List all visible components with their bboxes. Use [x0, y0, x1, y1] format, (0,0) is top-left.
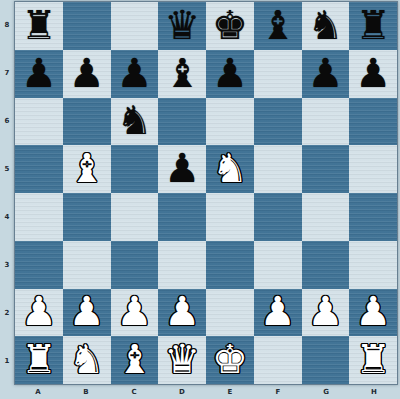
chess-board-scene: 87654321 ♜♛♚♝♞♜♟♟♟♝♟♟♟♞♝♟♞♟♟♟♟♟♟♟♜♞♝♛♚♜ … [0, 0, 400, 399]
piece-white-pawn[interactable]: ♟ [164, 291, 200, 331]
square-e8[interactable]: ♚ [206, 2, 254, 50]
square-h6[interactable] [349, 98, 397, 146]
square-a4[interactable] [15, 193, 63, 241]
file-label-c: C [110, 385, 158, 399]
square-g4[interactable] [302, 193, 350, 241]
piece-white-bishop[interactable]: ♝ [116, 339, 152, 379]
square-a7[interactable]: ♟ [15, 50, 63, 98]
square-c6[interactable]: ♞ [111, 98, 159, 146]
square-g7[interactable]: ♟ [302, 50, 350, 98]
square-e3[interactable] [206, 241, 254, 289]
piece-white-pawn[interactable]: ♟ [260, 291, 296, 331]
square-b1[interactable]: ♞ [63, 336, 111, 384]
square-d8[interactable]: ♛ [158, 2, 206, 50]
square-f3[interactable] [254, 241, 302, 289]
piece-white-knight[interactable]: ♞ [212, 148, 248, 188]
square-h1[interactable]: ♜ [349, 336, 397, 384]
square-a8[interactable]: ♜ [15, 2, 63, 50]
square-f7[interactable] [254, 50, 302, 98]
piece-white-pawn[interactable]: ♟ [21, 291, 57, 331]
rank-label-8: 8 [0, 1, 14, 49]
square-h7[interactable]: ♟ [349, 50, 397, 98]
square-a1[interactable]: ♜ [15, 336, 63, 384]
file-label-d: D [158, 385, 206, 399]
square-f5[interactable] [254, 145, 302, 193]
square-h5[interactable] [349, 145, 397, 193]
square-g3[interactable] [302, 241, 350, 289]
rank-label-1: 1 [0, 337, 14, 385]
piece-white-pawn[interactable]: ♟ [116, 291, 152, 331]
rank-label-4: 4 [0, 193, 14, 241]
piece-black-pawn[interactable]: ♟ [355, 53, 391, 93]
square-e4[interactable] [206, 193, 254, 241]
rank-label-2: 2 [0, 289, 14, 337]
piece-white-bishop[interactable]: ♝ [69, 148, 105, 188]
square-c2[interactable]: ♟ [111, 289, 159, 337]
piece-white-queen[interactable]: ♛ [164, 339, 200, 379]
piece-black-pawn[interactable]: ♟ [164, 148, 200, 188]
square-e1[interactable]: ♚ [206, 336, 254, 384]
piece-black-pawn[interactable]: ♟ [212, 53, 248, 93]
square-b7[interactable]: ♟ [63, 50, 111, 98]
square-h3[interactable] [349, 241, 397, 289]
square-g1[interactable] [302, 336, 350, 384]
file-label-g: G [302, 385, 350, 399]
square-f2[interactable]: ♟ [254, 289, 302, 337]
square-b5[interactable]: ♝ [63, 145, 111, 193]
piece-black-rook[interactable]: ♜ [21, 5, 57, 45]
piece-black-bishop[interactable]: ♝ [164, 53, 200, 93]
square-d6[interactable] [158, 98, 206, 146]
square-b3[interactable] [63, 241, 111, 289]
square-f1[interactable] [254, 336, 302, 384]
piece-white-rook[interactable]: ♜ [355, 339, 391, 379]
square-g6[interactable] [302, 98, 350, 146]
square-d7[interactable]: ♝ [158, 50, 206, 98]
square-d2[interactable]: ♟ [158, 289, 206, 337]
square-c8[interactable] [111, 2, 159, 50]
square-d1[interactable]: ♛ [158, 336, 206, 384]
piece-black-knight[interactable]: ♞ [116, 100, 152, 140]
piece-black-bishop[interactable]: ♝ [260, 5, 296, 45]
piece-black-knight[interactable]: ♞ [307, 5, 343, 45]
piece-black-rook[interactable]: ♜ [355, 5, 391, 45]
square-h2[interactable]: ♟ [349, 289, 397, 337]
square-d4[interactable] [158, 193, 206, 241]
square-a6[interactable] [15, 98, 63, 146]
square-f6[interactable] [254, 98, 302, 146]
file-label-b: B [62, 385, 110, 399]
square-d3[interactable] [158, 241, 206, 289]
square-g8[interactable]: ♞ [302, 2, 350, 50]
file-label-e: E [206, 385, 254, 399]
square-d5[interactable]: ♟ [158, 145, 206, 193]
rank-labels: 87654321 [0, 1, 14, 385]
square-a2[interactable]: ♟ [15, 289, 63, 337]
square-h8[interactable]: ♜ [349, 2, 397, 50]
rank-label-3: 3 [0, 241, 14, 289]
square-h4[interactable] [349, 193, 397, 241]
square-a5[interactable] [15, 145, 63, 193]
rank-label-7: 7 [0, 49, 14, 97]
square-b6[interactable] [63, 98, 111, 146]
piece-black-pawn[interactable]: ♟ [21, 53, 57, 93]
piece-white-pawn[interactable]: ♟ [355, 291, 391, 331]
square-e6[interactable] [206, 98, 254, 146]
square-c7[interactable]: ♟ [111, 50, 159, 98]
square-e2[interactable] [206, 289, 254, 337]
square-b8[interactable] [63, 2, 111, 50]
piece-white-king[interactable]: ♚ [212, 339, 248, 379]
square-c5[interactable] [111, 145, 159, 193]
piece-white-pawn[interactable]: ♟ [69, 291, 105, 331]
piece-black-pawn[interactable]: ♟ [307, 53, 343, 93]
piece-black-queen[interactable]: ♛ [164, 5, 200, 45]
square-f4[interactable] [254, 193, 302, 241]
file-labels: ABCDEFGH [14, 385, 398, 399]
square-g5[interactable] [302, 145, 350, 193]
piece-black-pawn[interactable]: ♟ [69, 53, 105, 93]
square-b4[interactable] [63, 193, 111, 241]
rank-label-6: 6 [0, 97, 14, 145]
square-c3[interactable] [111, 241, 159, 289]
square-a3[interactable] [15, 241, 63, 289]
square-f8[interactable]: ♝ [254, 2, 302, 50]
piece-black-pawn[interactable]: ♟ [116, 53, 152, 93]
square-e7[interactable]: ♟ [206, 50, 254, 98]
square-b2[interactable]: ♟ [63, 289, 111, 337]
piece-white-rook[interactable]: ♜ [21, 339, 57, 379]
square-g2[interactable]: ♟ [302, 289, 350, 337]
square-e5[interactable]: ♞ [206, 145, 254, 193]
chess-board[interactable]: ♜♛♚♝♞♜♟♟♟♝♟♟♟♞♝♟♞♟♟♟♟♟♟♟♜♞♝♛♚♜ [14, 1, 398, 385]
file-label-f: F [254, 385, 302, 399]
piece-white-knight[interactable]: ♞ [69, 339, 105, 379]
file-label-h: H [350, 385, 398, 399]
rank-label-5: 5 [0, 145, 14, 193]
square-c4[interactable] [111, 193, 159, 241]
file-label-a: A [14, 385, 62, 399]
piece-black-king[interactable]: ♚ [212, 5, 248, 45]
square-c1[interactable]: ♝ [111, 336, 159, 384]
piece-white-pawn[interactable]: ♟ [307, 291, 343, 331]
